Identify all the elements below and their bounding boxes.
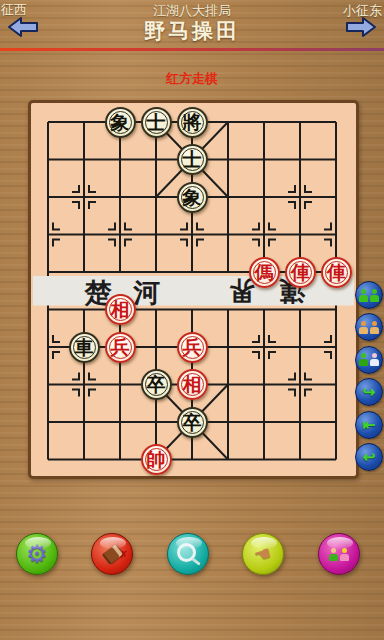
xiangqi-board[interactable]: 楚河漢界 象士將士象傌俥俥相車兵兵卒相卒帥 xyxy=(28,100,359,479)
person-icon xyxy=(359,353,368,366)
step-forward-icon[interactable]: ↪ xyxy=(355,378,383,406)
person-icon xyxy=(370,321,379,334)
gear-icon: ⚙ xyxy=(26,540,48,568)
piece-red-兵-4-6[interactable]: 兵 xyxy=(177,332,208,363)
piece-red-帥-3-9[interactable]: 帥 xyxy=(141,444,172,475)
piece-red-俥-7-4[interactable]: 俥 xyxy=(285,257,316,288)
piece-red-相-4-7[interactable]: 相 xyxy=(177,369,208,400)
header-divider xyxy=(0,48,384,51)
spectators-icon[interactable] xyxy=(355,313,383,341)
hint-button[interactable]: ☚ xyxy=(242,533,284,575)
jump-to-start-icon[interactable]: ⇤ xyxy=(355,411,383,439)
turn-indicator: 红方走棋 xyxy=(0,70,384,88)
book-button[interactable]: ✗ xyxy=(91,533,133,575)
piece-black-士-4-1[interactable]: 士 xyxy=(177,144,208,175)
kid-icon xyxy=(329,548,338,561)
svg-text:河: 河 xyxy=(133,277,161,308)
piece-black-將-4-0[interactable]: 將 xyxy=(177,107,208,138)
person-icon xyxy=(359,321,368,334)
kid-icon xyxy=(340,548,349,561)
undo-icon: ↩ xyxy=(363,448,376,466)
human-vs-computer-icon[interactable] xyxy=(355,346,383,374)
piece-black-卒-4-8[interactable]: 卒 xyxy=(177,407,208,438)
players-button[interactable] xyxy=(318,533,360,575)
book-icon: ✗ xyxy=(101,544,122,565)
piece-red-兵-2-6[interactable]: 兵 xyxy=(105,332,136,363)
two-players-icon[interactable] xyxy=(355,281,383,309)
piece-black-象-4-2[interactable]: 象 xyxy=(177,182,208,213)
piece-black-卒-3-7[interactable]: 卒 xyxy=(141,369,172,400)
piece-black-車-1-6[interactable]: 車 xyxy=(69,332,100,363)
piece-black-象-2-0[interactable]: 象 xyxy=(105,107,136,138)
person-icon xyxy=(359,289,368,302)
prev-arrow-button[interactable] xyxy=(8,17,38,37)
person-icon xyxy=(370,289,379,302)
piece-red-傌-6-4[interactable]: 傌 xyxy=(249,257,280,288)
piece-black-士-3-0[interactable]: 士 xyxy=(141,107,172,138)
page-title: 野马操田 xyxy=(0,17,384,45)
next-arrow-button[interactable] xyxy=(346,17,376,37)
search-button[interactable] xyxy=(167,533,209,575)
person-icon xyxy=(370,353,379,366)
piece-red-相-2-5[interactable]: 相 xyxy=(105,294,136,325)
piece-red-俥-8-4[interactable]: 俥 xyxy=(321,257,352,288)
undo-icon[interactable]: ↩ xyxy=(355,443,383,471)
jump-to-start-icon: ⇤ xyxy=(363,416,376,434)
magnifier-icon xyxy=(177,543,196,562)
settings-button[interactable]: ⚙ xyxy=(16,533,58,575)
hand-icon: ☚ xyxy=(251,540,274,567)
step-forward-icon: ↪ xyxy=(363,383,376,401)
